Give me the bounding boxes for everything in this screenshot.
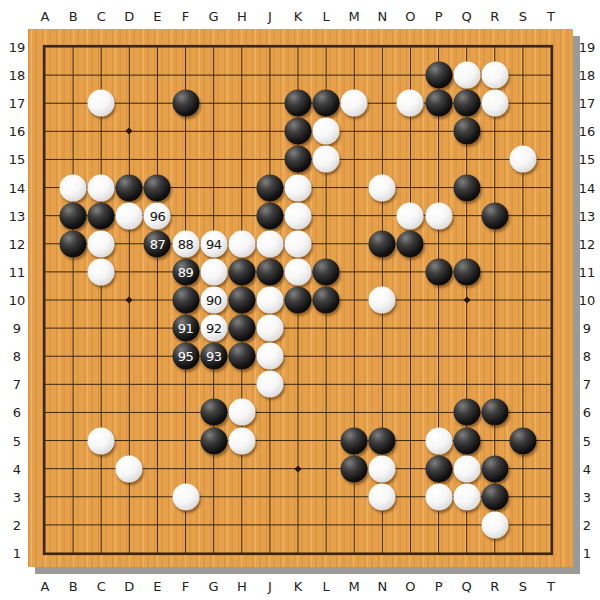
black-stone-K15 [285,146,312,173]
black-stone-D14 [116,174,143,201]
white-stone-G9: 92 [200,315,227,342]
black-stone-R13 [481,202,508,229]
white-stone-N10 [369,287,396,314]
coord-label-top-S: S [519,10,527,23]
coord-label-left-19: 19 [9,41,26,54]
coord-label-right-12: 12 [579,237,596,250]
coord-label-top-N: N [377,10,387,23]
coord-label-left-10: 10 [9,294,26,307]
black-stone-F11: 89 [172,258,199,285]
black-stone-Q5 [453,427,480,454]
move-number-87: 87 [150,236,166,251]
coord-label-right-7: 7 [583,378,591,391]
coord-label-left-17: 17 [9,97,26,110]
black-stone-P11 [425,258,452,285]
coord-label-top-B: B [69,10,78,23]
black-stone-L11 [313,258,340,285]
black-stone-G8: 93 [200,343,227,370]
white-stone-M17 [341,90,368,117]
white-stone-C17 [88,90,115,117]
black-stone-H8 [228,343,255,370]
coord-label-left-16: 16 [9,125,26,138]
black-stone-B12 [60,230,87,257]
coord-label-bottom-G: G [209,580,219,593]
white-stone-H6 [228,399,255,426]
black-stone-L10 [313,287,340,314]
black-stone-O12 [397,230,424,257]
black-stone-Q17 [453,90,480,117]
move-number-95: 95 [178,349,194,364]
coord-label-bottom-M: M [349,580,360,593]
black-stone-E14 [144,174,171,201]
white-stone-H12 [228,230,255,257]
white-stone-O17 [397,90,424,117]
white-stone-C12 [88,230,115,257]
coord-label-top-K: K [294,10,303,23]
coord-label-right-10: 10 [579,294,596,307]
white-stone-R17 [481,90,508,117]
black-stone-G6 [200,399,227,426]
coord-label-top-M: M [349,10,360,23]
white-stone-N14 [369,174,396,201]
black-stone-B13 [60,202,87,229]
white-stone-K11 [285,258,312,285]
black-stone-H9 [228,315,255,342]
coord-label-left-5: 5 [13,434,21,447]
white-stone-C14 [88,174,115,201]
white-stone-P3 [425,483,452,510]
black-stone-E12: 87 [144,230,171,257]
move-number-90: 90 [206,293,222,308]
coord-label-left-8: 8 [13,350,21,363]
coord-label-top-F: F [182,10,189,23]
black-stone-J11 [256,258,283,285]
coord-label-right-18: 18 [579,69,596,82]
white-stone-J10 [256,287,283,314]
coord-label-right-11: 11 [579,265,596,278]
coord-label-left-9: 9 [13,322,21,335]
white-stone-J8 [256,343,283,370]
white-stone-G10: 90 [200,287,227,314]
white-stone-P5 [425,427,452,454]
white-stone-N4 [369,455,396,482]
black-stone-K17 [285,90,312,117]
black-stone-J14 [256,174,283,201]
black-stone-J13 [256,202,283,229]
coord-label-right-8: 8 [583,350,591,363]
coord-label-bottom-A: A [41,580,50,593]
white-stone-Q18 [453,62,480,89]
white-stone-C5 [88,427,115,454]
move-number-89: 89 [178,264,194,279]
black-stone-G5 [200,427,227,454]
coord-label-top-H: H [237,10,247,23]
white-stone-N3 [369,483,396,510]
coord-label-left-11: 11 [9,265,26,278]
coord-label-top-O: O [405,10,415,23]
black-stone-R4 [481,455,508,482]
coord-label-left-7: 7 [13,378,21,391]
coord-label-left-18: 18 [9,69,26,82]
black-stone-F8: 95 [172,343,199,370]
black-stone-L17 [313,90,340,117]
coord-label-top-P: P [435,10,443,23]
coord-label-bottom-Q: Q [462,580,472,593]
coord-label-right-3: 3 [583,490,591,503]
white-stone-D13 [116,202,143,229]
coord-label-right-5: 5 [583,434,591,447]
black-stone-S5 [509,427,536,454]
coord-label-bottom-S: S [519,580,527,593]
white-stone-L15 [313,146,340,173]
go-game-screenshot: AABBCCDDEEFFGGHHJJKKLLMMNNOOPPQQRRSSTT19… [0,0,600,600]
black-stone-F17 [172,90,199,117]
black-stone-P18 [425,62,452,89]
black-stone-Q16 [453,118,480,145]
coord-label-left-1: 1 [13,547,21,560]
white-stone-C11 [88,258,115,285]
black-stone-K16 [285,118,312,145]
black-stone-N12 [369,230,396,257]
coord-label-top-G: G [209,10,219,23]
coord-label-left-2: 2 [13,518,21,531]
move-number-94: 94 [206,236,222,251]
white-stone-R2 [481,511,508,538]
coord-label-right-6: 6 [583,406,591,419]
black-stone-H10 [228,287,255,314]
coord-label-right-1: 1 [583,547,591,560]
coord-label-right-14: 14 [579,181,596,194]
white-stone-H5 [228,427,255,454]
black-stone-P17 [425,90,452,117]
coord-label-left-4: 4 [13,462,21,475]
black-stone-N5 [369,427,396,454]
white-stone-Q4 [453,455,480,482]
white-stone-J9 [256,315,283,342]
white-stone-E13: 96 [144,202,171,229]
white-stone-F12: 88 [172,230,199,257]
coord-label-right-15: 15 [579,153,596,166]
coord-label-right-19: 19 [579,41,596,54]
coord-label-bottom-B: B [69,580,78,593]
white-stone-B14 [60,174,87,201]
white-stone-J7 [256,371,283,398]
coord-label-right-17: 17 [579,97,596,110]
coord-label-right-9: 9 [583,322,591,335]
black-stone-M4 [341,455,368,482]
coord-label-bottom-C: C [97,580,106,593]
move-number-96: 96 [150,208,166,223]
black-stone-R6 [481,399,508,426]
black-stone-P4 [425,455,452,482]
coord-label-top-L: L [322,10,329,23]
coord-label-bottom-L: L [322,580,329,593]
coord-label-bottom-T: T [547,580,555,593]
move-number-93: 93 [206,349,222,364]
white-stone-J12 [256,230,283,257]
coord-label-bottom-J: J [268,580,272,593]
white-stone-R18 [481,62,508,89]
white-stone-L16 [313,118,340,145]
coord-label-left-13: 13 [9,209,26,222]
white-stone-S15 [509,146,536,173]
white-stone-P13 [425,202,452,229]
black-stone-K10 [285,287,312,314]
coord-label-bottom-E: E [153,580,161,593]
coord-label-bottom-P: P [435,580,443,593]
black-stone-Q14 [453,174,480,201]
coord-label-right-4: 4 [583,462,591,475]
coord-label-right-2: 2 [583,518,591,531]
coord-label-bottom-N: N [377,580,387,593]
coord-label-bottom-H: H [237,580,247,593]
coord-label-top-E: E [153,10,161,23]
white-stone-O13 [397,202,424,229]
white-stone-G11 [200,258,227,285]
move-number-92: 92 [206,321,222,336]
white-stone-D4 [116,455,143,482]
coord-label-right-16: 16 [579,125,596,138]
coord-label-left-12: 12 [9,237,26,250]
coord-label-left-14: 14 [9,181,26,194]
white-stone-K13 [285,202,312,229]
coord-label-top-J: J [268,10,272,23]
coord-label-top-T: T [547,10,555,23]
black-stone-Q6 [453,399,480,426]
white-stone-F3 [172,483,199,510]
black-stone-M5 [341,427,368,454]
white-stone-G12: 94 [200,230,227,257]
coord-label-top-R: R [490,10,499,23]
black-stone-Q11 [453,258,480,285]
white-stone-K12 [285,230,312,257]
coord-label-bottom-F: F [182,580,189,593]
coord-label-right-13: 13 [579,209,596,222]
black-stone-F10 [172,287,199,314]
coord-label-top-C: C [97,10,106,23]
white-stone-K14 [285,174,312,201]
coord-label-top-A: A [41,10,50,23]
coord-label-left-6: 6 [13,406,21,419]
black-stone-C13 [88,202,115,229]
black-stone-H11 [228,258,255,285]
coord-label-top-D: D [124,10,134,23]
coord-label-top-Q: Q [462,10,472,23]
move-number-88: 88 [178,236,194,251]
coord-label-bottom-R: R [490,580,499,593]
white-stone-Q3 [453,483,480,510]
coord-label-bottom-K: K [294,580,303,593]
black-stone-R3 [481,483,508,510]
coord-label-left-3: 3 [13,490,21,503]
coord-label-left-15: 15 [9,153,26,166]
coord-label-bottom-D: D [124,580,134,593]
coord-label-bottom-O: O [405,580,415,593]
move-number-91: 91 [178,321,194,336]
black-stone-F9: 91 [172,315,199,342]
